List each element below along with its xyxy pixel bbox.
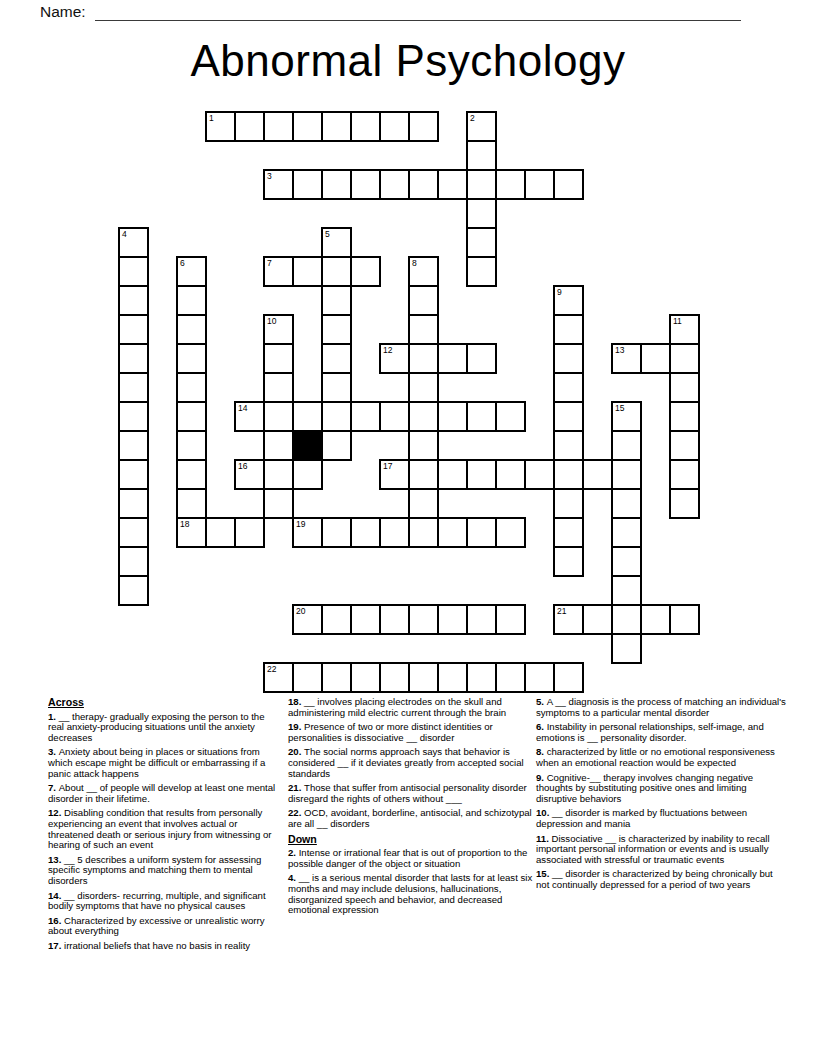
grid-cell-r0c6[interactable] xyxy=(292,111,323,142)
grid-cell-r0c8[interactable] xyxy=(350,111,381,142)
grid-cell-r4c7[interactable]: 5 xyxy=(321,227,352,258)
page-title: Abnormal Psychology xyxy=(0,36,816,86)
grid-cell-r19c6[interactable] xyxy=(292,662,323,693)
grid-cell-r5c2[interactable]: 6 xyxy=(176,256,207,287)
grid-cell-r10c13[interactable] xyxy=(495,401,526,432)
grid-cell-r0c3[interactable]: 1 xyxy=(205,111,236,142)
grid-cell-r15c0[interactable] xyxy=(118,546,149,577)
grid-cell-r11c7[interactable] xyxy=(321,430,352,461)
clue-number: 21. xyxy=(288,782,304,793)
clue-number: 18. xyxy=(288,696,304,707)
grid-cell-r2c6[interactable] xyxy=(292,169,323,200)
clue-across-7: 7. About __ of people will develop at le… xyxy=(48,783,282,804)
black-cell-r11c6 xyxy=(292,430,323,461)
grid-cell-r3c12[interactable] xyxy=(466,198,497,229)
clue-across-13: 13. __ 5 describes a uniform system for … xyxy=(48,855,282,887)
grid-cell-r7c5[interactable]: 10 xyxy=(263,314,294,345)
grid-cell-r12c5[interactable] xyxy=(263,459,294,490)
grid-cell-r6c2[interactable] xyxy=(176,285,207,316)
grid-cell-r16c0[interactable] xyxy=(118,575,149,606)
grid-cell-r0c5[interactable] xyxy=(263,111,294,142)
grid-cell-r5c7[interactable] xyxy=(321,256,352,287)
clue-across-20: 20. The social norms approach says that … xyxy=(288,747,534,779)
grid-cell-r5c12[interactable] xyxy=(466,256,497,287)
grid-cell-r5c0[interactable] xyxy=(118,256,149,287)
name-label: Name: xyxy=(40,3,86,21)
grid-cell-r5c6[interactable] xyxy=(292,256,323,287)
grid-cell-r19c14[interactable] xyxy=(524,662,555,693)
grid-cell-r13c2[interactable] xyxy=(176,488,207,519)
clue-list-col2b: 2. Intense or irrational fear that is ou… xyxy=(288,848,534,916)
grid-cell-r0c4[interactable] xyxy=(234,111,265,142)
grid-cell-r2c12[interactable] xyxy=(466,169,497,200)
grid-cell-r11c10[interactable] xyxy=(408,430,439,461)
grid-cell-r14c6[interactable]: 19 xyxy=(292,517,323,548)
grid-cell-r10c15[interactable] xyxy=(553,401,584,432)
grid-cell-r8c2[interactable] xyxy=(176,343,207,374)
grid-cell-r12c17[interactable] xyxy=(611,459,642,490)
clue-number: 12. xyxy=(48,807,64,818)
grid-cell-r16c17[interactable] xyxy=(611,575,642,606)
grid-cell-r14c10[interactable] xyxy=(408,517,439,548)
clue-across-19: 19. Presence of two or more distinct ide… xyxy=(288,722,534,743)
grid-cell-r8c7[interactable] xyxy=(321,343,352,374)
clue-across-22: 22. OCD, avoidant, borderline, antisocia… xyxy=(288,808,534,829)
down-heading: Down xyxy=(288,834,534,845)
grid-cell-r14c13[interactable] xyxy=(495,517,526,548)
grid-cell-r9c19[interactable] xyxy=(669,372,700,403)
clue-number: 22. xyxy=(288,807,304,818)
grid-cell-r19c12[interactable] xyxy=(466,662,497,693)
grid-cell-r12c2[interactable] xyxy=(176,459,207,490)
grid-cell-r14c4[interactable] xyxy=(234,517,265,548)
grid-cell-r10c7[interactable] xyxy=(321,401,352,432)
grid-cell-r0c10[interactable] xyxy=(408,111,439,142)
clue-list-col2a: 18. __ involves placing electrodes on th… xyxy=(288,697,534,830)
grid-cell-r19c5[interactable]: 22 xyxy=(263,662,294,693)
grid-cell-r11c19[interactable] xyxy=(669,430,700,461)
grid-cell-r17c16[interactable] xyxy=(582,604,613,635)
cell-number-6: 6 xyxy=(180,258,185,268)
grid-cell-r17c7[interactable] xyxy=(321,604,352,635)
grid-cell-r2c9[interactable] xyxy=(379,169,410,200)
cell-number-14: 14 xyxy=(238,403,247,413)
clue-number: 2. xyxy=(288,847,299,858)
grid-cell-r6c15[interactable]: 9 xyxy=(553,285,584,316)
clue-number: 15. xyxy=(536,868,552,879)
grid-cell-r12c11[interactable] xyxy=(437,459,468,490)
grid-cell-r2c10[interactable] xyxy=(408,169,439,200)
grid-cell-r2c15[interactable] xyxy=(553,169,584,200)
grid-cell-r11c2[interactable] xyxy=(176,430,207,461)
grid-cell-r8c17[interactable]: 13 xyxy=(611,343,642,374)
clue-down-9: 9. Cognitive-__ therapy involves changin… xyxy=(536,773,788,805)
grid-cell-r14c17[interactable] xyxy=(611,517,642,548)
clue-across-21: 21. Those that suffer from antisocial pe… xyxy=(288,783,534,804)
cell-number-8: 8 xyxy=(412,258,417,268)
clue-number: 14. xyxy=(48,890,64,901)
grid-cell-r6c0[interactable] xyxy=(118,285,149,316)
grid-cell-r8c18[interactable] xyxy=(640,343,671,374)
grid-cell-r10c10[interactable] xyxy=(408,401,439,432)
grid-cell-r12c6[interactable] xyxy=(292,459,323,490)
cell-number-5: 5 xyxy=(325,229,330,239)
grid-cell-r10c12[interactable] xyxy=(466,401,497,432)
grid-cell-r10c4[interactable]: 14 xyxy=(234,401,265,432)
clue-across-12: 12. Disabling condition that results fro… xyxy=(48,808,282,850)
clue-across-18: 18. __ involves placing electrodes on th… xyxy=(288,697,534,718)
crossword-grid: 12345678910111213141516171819202122 xyxy=(118,111,702,695)
cell-number-16: 16 xyxy=(238,461,247,471)
cell-number-21: 21 xyxy=(557,606,566,616)
clue-number: 6. xyxy=(536,721,547,732)
grid-cell-r14c9[interactable] xyxy=(379,517,410,548)
grid-cell-r13c10[interactable] xyxy=(408,488,439,519)
clue-down-4: 4. __ is a serious mental disorder that … xyxy=(288,873,534,915)
grid-cell-r19c11[interactable] xyxy=(437,662,468,693)
clue-number: 10. xyxy=(536,807,552,818)
grid-cell-r1c12[interactable] xyxy=(466,140,497,171)
grid-cell-r5c5[interactable]: 7 xyxy=(263,256,294,287)
grid-cell-r17c17[interactable] xyxy=(611,604,642,635)
grid-cell-r12c19[interactable] xyxy=(669,459,700,490)
clue-down-11: 11. Dissociative __ is characterized by … xyxy=(536,834,788,866)
cell-number-10: 10 xyxy=(267,316,276,326)
grid-cell-r19c13[interactable] xyxy=(495,662,526,693)
grid-cell-r9c10[interactable] xyxy=(408,372,439,403)
grid-cell-r11c0[interactable] xyxy=(118,430,149,461)
grid-cell-r5c10[interactable]: 8 xyxy=(408,256,439,287)
cell-number-2: 2 xyxy=(470,113,475,123)
grid-cell-r13c15[interactable] xyxy=(553,488,584,519)
clue-number: 13. xyxy=(48,854,64,865)
grid-cell-r13c0[interactable] xyxy=(118,488,149,519)
grid-cell-r17c10[interactable] xyxy=(408,604,439,635)
clue-number: 3. xyxy=(48,746,59,757)
clue-number: 20. xyxy=(288,746,304,757)
grid-cell-r7c15[interactable] xyxy=(553,314,584,345)
clue-down-15: 15. __ disorder is characterized by bein… xyxy=(536,869,788,890)
cell-number-22: 22 xyxy=(267,664,276,674)
grid-cell-r2c5[interactable]: 3 xyxy=(263,169,294,200)
grid-cell-r12c0[interactable] xyxy=(118,459,149,490)
cell-number-17: 17 xyxy=(383,461,392,471)
grid-cell-r4c0[interactable]: 4 xyxy=(118,227,149,258)
grid-cell-r9c5[interactable] xyxy=(263,372,294,403)
grid-cell-r12c15[interactable] xyxy=(553,459,584,490)
grid-cell-r13c19[interactable] xyxy=(669,488,700,519)
clue-down-8: 8. characterized by little or no emotion… xyxy=(536,747,788,768)
grid-cell-r12c9[interactable]: 17 xyxy=(379,459,410,490)
grid-cell-r14c7[interactable] xyxy=(321,517,352,548)
clue-column-3: 5. A __ diagnosis is the process of matc… xyxy=(536,697,788,895)
grid-cell-r12c16[interactable] xyxy=(582,459,613,490)
grid-cell-r12c4[interactable]: 16 xyxy=(234,459,265,490)
grid-cell-r14c8[interactable] xyxy=(350,517,381,548)
grid-cell-r13c17[interactable] xyxy=(611,488,642,519)
cell-number-9: 9 xyxy=(557,287,562,297)
cell-number-20: 20 xyxy=(296,606,305,616)
clue-number: 5. xyxy=(536,696,547,707)
clue-column-2: 18. __ involves placing electrodes on th… xyxy=(288,697,534,920)
clue-across-3: 3. Anxiety about being in places or situ… xyxy=(48,747,282,779)
grid-cell-r12c12[interactable] xyxy=(466,459,497,490)
clue-number: 7. xyxy=(48,782,59,793)
grid-cell-r14c12[interactable] xyxy=(466,517,497,548)
clue-column-1: Across 1. __ therapy- gradually exposing… xyxy=(48,697,282,955)
grid-cell-r14c0[interactable] xyxy=(118,517,149,548)
grid-cell-r9c15[interactable] xyxy=(553,372,584,403)
clue-number: 16. xyxy=(48,915,64,926)
grid-cell-r2c7[interactable] xyxy=(321,169,352,200)
grid-cell-r10c5[interactable] xyxy=(263,401,294,432)
grid-cell-r12c14[interactable] xyxy=(524,459,555,490)
grid-cell-r2c14[interactable] xyxy=(524,169,555,200)
grid-cell-r14c11[interactable] xyxy=(437,517,468,548)
grid-cell-r19c15[interactable] xyxy=(553,662,584,693)
grid-cell-r10c2[interactable] xyxy=(176,401,207,432)
grid-cell-r9c0[interactable] xyxy=(118,372,149,403)
grid-cell-r19c10[interactable] xyxy=(408,662,439,693)
clue-list-col1: 1. __ therapy- gradually exposing the pe… xyxy=(48,712,282,952)
grid-cell-r0c12[interactable]: 2 xyxy=(466,111,497,142)
grid-cell-r17c13[interactable] xyxy=(495,604,526,635)
clue-across-14: 14. __ disorders- recurring, multiple, a… xyxy=(48,891,282,912)
grid-cell-r6c10[interactable] xyxy=(408,285,439,316)
grid-cell-r11c15[interactable] xyxy=(553,430,584,461)
grid-cell-r14c2[interactable]: 18 xyxy=(176,517,207,548)
grid-cell-r2c11[interactable] xyxy=(437,169,468,200)
cell-number-11: 11 xyxy=(673,316,682,326)
cell-number-7: 7 xyxy=(267,258,272,268)
clue-down-10: 10. __ disorder is marked by fluctuation… xyxy=(536,808,788,829)
grid-cell-r7c10[interactable] xyxy=(408,314,439,345)
grid-cell-r0c9[interactable] xyxy=(379,111,410,142)
grid-cell-r8c5[interactable] xyxy=(263,343,294,374)
clue-list-col3: 5. A __ diagnosis is the process of matc… xyxy=(536,697,788,891)
grid-cell-r10c0[interactable] xyxy=(118,401,149,432)
grid-cell-r6c7[interactable] xyxy=(321,285,352,316)
grid-cell-r17c18[interactable] xyxy=(640,604,671,635)
grid-cell-r8c11[interactable] xyxy=(437,343,468,374)
clue-across-17: 17. irrational beliefs that have no basi… xyxy=(48,941,282,952)
grid-cell-r8c9[interactable]: 12 xyxy=(379,343,410,374)
cell-number-4: 4 xyxy=(122,229,127,239)
clue-number: 4. xyxy=(288,872,299,883)
clue-number: 17. xyxy=(48,940,64,951)
grid-cell-r10c9[interactable] xyxy=(379,401,410,432)
clue-down-6: 6. Instability in personal relationships… xyxy=(536,722,788,743)
grid-cell-r17c6[interactable]: 20 xyxy=(292,604,323,635)
clue-across-16: 16. Characterized by excessive or unreal… xyxy=(48,916,282,937)
grid-cell-r8c0[interactable] xyxy=(118,343,149,374)
grid-cell-r7c2[interactable] xyxy=(176,314,207,345)
grid-cell-r7c0[interactable] xyxy=(118,314,149,345)
across-heading: Across xyxy=(48,697,282,708)
cell-number-12: 12 xyxy=(383,345,392,355)
cell-number-1: 1 xyxy=(209,113,214,123)
worksheet-page: Name: Abnormal Psychology 12345678910111… xyxy=(0,0,816,1056)
grid-cell-r19c9[interactable] xyxy=(379,662,410,693)
grid-cell-r19c8[interactable] xyxy=(350,662,381,693)
cell-number-15: 15 xyxy=(615,403,624,413)
grid-cell-r9c2[interactable] xyxy=(176,372,207,403)
grid-cell-r4c12[interactable] xyxy=(466,227,497,258)
grid-cell-r9c7[interactable] xyxy=(321,372,352,403)
name-blank-line[interactable] xyxy=(95,2,741,21)
grid-cell-r17c15[interactable]: 21 xyxy=(553,604,584,635)
grid-cell-r8c10[interactable] xyxy=(408,343,439,374)
grid-cell-r12c10[interactable] xyxy=(408,459,439,490)
clue-number: 8. xyxy=(536,746,547,757)
clue-down-2: 2. Intense or irrational fear that is ou… xyxy=(288,848,534,869)
cell-number-3: 3 xyxy=(267,171,272,181)
grid-cell-r5c8[interactable] xyxy=(350,256,381,287)
clue-number: 11. xyxy=(536,833,551,844)
grid-cell-r11c17[interactable] xyxy=(611,430,642,461)
grid-cell-r14c15[interactable] xyxy=(553,517,584,548)
clue-number: 9. xyxy=(536,772,547,783)
clue-number: 1. xyxy=(48,711,59,722)
cell-number-13: 13 xyxy=(615,345,624,355)
grid-cell-r2c8[interactable] xyxy=(350,169,381,200)
clue-down-5: 5. A __ diagnosis is the process of matc… xyxy=(536,697,788,718)
grid-cell-r19c7[interactable] xyxy=(321,662,352,693)
grid-cell-r17c8[interactable] xyxy=(350,604,381,635)
grid-cell-r8c15[interactable] xyxy=(553,343,584,374)
grid-cell-r13c5[interactable] xyxy=(263,488,294,519)
grid-cell-r14c3[interactable] xyxy=(205,517,236,548)
grid-cell-r17c12[interactable] xyxy=(466,604,497,635)
grid-cell-r10c19[interactable] xyxy=(669,401,700,432)
grid-cell-r7c19[interactable]: 11 xyxy=(669,314,700,345)
grid-cell-r10c17[interactable]: 15 xyxy=(611,401,642,432)
grid-cell-r10c8[interactable] xyxy=(350,401,381,432)
grid-cell-r7c7[interactable] xyxy=(321,314,352,345)
clue-across-1: 1. __ therapy- gradually exposing the pe… xyxy=(48,712,282,744)
grid-cell-r2c13[interactable] xyxy=(495,169,526,200)
grid-cell-r18c17[interactable] xyxy=(611,633,642,664)
grid-cell-r17c9[interactable] xyxy=(379,604,410,635)
grid-cell-r8c12[interactable] xyxy=(466,343,497,374)
grid-cell-r15c17[interactable] xyxy=(611,546,642,577)
grid-cell-r15c15[interactable] xyxy=(553,546,584,577)
grid-cell-r8c19[interactable] xyxy=(669,343,700,374)
grid-cell-r12c13[interactable] xyxy=(495,459,526,490)
grid-cell-r10c6[interactable] xyxy=(292,401,323,432)
cell-number-18: 18 xyxy=(180,519,189,529)
grid-cell-r17c11[interactable] xyxy=(437,604,468,635)
grid-cell-r10c11[interactable] xyxy=(437,401,468,432)
cell-number-19: 19 xyxy=(296,519,305,529)
clue-number: 19. xyxy=(288,721,304,732)
grid-cell-r11c5[interactable] xyxy=(263,430,294,461)
grid-cell-r17c19[interactable] xyxy=(669,604,700,635)
grid-cell-r0c7[interactable] xyxy=(321,111,352,142)
